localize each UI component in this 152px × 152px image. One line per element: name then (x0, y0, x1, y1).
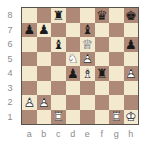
square-g2[interactable] (109, 95, 124, 110)
square-a7[interactable]: ♟ (22, 23, 37, 38)
square-d4[interactable]: ♟ (66, 66, 81, 81)
chess-board: ♜♛♚♟♟♝♝♛♕♟♞♘♟♙♟♝♗♜♟♙♟♙♟♙♜♖♜♖♚♔ (22, 8, 138, 124)
square-g5[interactable] (109, 52, 124, 67)
square-a6[interactable] (22, 37, 37, 52)
rank-label-5: 5 (2, 52, 18, 67)
white-pawn-fill: ♟ (37, 95, 52, 110)
square-b3[interactable] (37, 81, 52, 96)
square-b2[interactable]: ♟♙ (37, 95, 52, 110)
black-rook[interactable]: ♜ (51, 8, 66, 23)
square-g8[interactable] (109, 8, 124, 23)
square-d6[interactable] (66, 37, 81, 52)
white-bishop-outline: ♗ (80, 66, 95, 81)
square-d7[interactable] (66, 23, 81, 38)
rank-label-6: 6 (2, 37, 18, 52)
black-pawn[interactable]: ♟ (124, 37, 139, 52)
black-queen-glyph: ♛ (95, 8, 110, 23)
black-pawn[interactable]: ♟ (66, 66, 81, 81)
white-pawn-outline: ♙ (37, 95, 52, 110)
rank-label-1: 1 (2, 110, 18, 125)
white-rook-outline: ♖ (109, 110, 124, 125)
white-knight[interactable]: ♞♘ (66, 52, 81, 67)
square-b4[interactable] (37, 66, 52, 81)
white-bishop-fill: ♝ (80, 66, 95, 81)
square-a3[interactable] (22, 81, 37, 96)
rank-labels: 87654321 (2, 8, 18, 124)
square-f5[interactable] (95, 52, 110, 67)
square-g4[interactable] (109, 66, 124, 81)
white-rook[interactable]: ♜♖ (51, 110, 66, 125)
white-king-outline: ♔ (124, 110, 139, 125)
square-c8[interactable]: ♜ (51, 8, 66, 23)
square-b7[interactable]: ♟ (37, 23, 52, 38)
square-e6[interactable]: ♛♕ (80, 37, 95, 52)
white-king[interactable]: ♚♔ (124, 110, 139, 125)
black-pawn-glyph: ♟ (124, 37, 139, 52)
rank-label-3: 3 (2, 81, 18, 96)
white-pawn-outline: ♙ (124, 66, 139, 81)
white-queen[interactable]: ♛♕ (80, 37, 95, 52)
white-knight-outline: ♘ (66, 52, 81, 67)
black-pawn-glyph: ♟ (22, 23, 37, 38)
black-king-glyph: ♚ (124, 8, 139, 23)
file-label-f: f (95, 126, 110, 142)
black-pawn[interactable]: ♟ (22, 23, 37, 38)
square-a1[interactable] (22, 110, 37, 125)
square-f4[interactable]: ♜ (95, 66, 110, 81)
black-rook-glyph: ♜ (95, 66, 110, 81)
white-pawn-outline: ♙ (80, 52, 95, 67)
white-rook-outline: ♖ (51, 110, 66, 125)
square-h8[interactable]: ♚ (124, 8, 139, 23)
black-pawn[interactable]: ♟ (37, 23, 52, 38)
square-e3[interactable] (80, 81, 95, 96)
square-c6[interactable]: ♝ (51, 37, 66, 52)
white-pawn[interactable]: ♟♙ (22, 95, 37, 110)
white-queen-outline: ♕ (80, 37, 95, 52)
black-king[interactable]: ♚ (124, 8, 139, 23)
square-d1[interactable] (66, 110, 81, 125)
square-g1[interactable]: ♜♖ (109, 110, 124, 125)
square-c2[interactable] (51, 95, 66, 110)
square-d3[interactable] (66, 81, 81, 96)
square-f1[interactable] (95, 110, 110, 125)
square-f7[interactable] (95, 23, 110, 38)
square-d5[interactable]: ♞♘ (66, 52, 81, 67)
square-g6[interactable] (109, 37, 124, 52)
file-label-h: h (124, 126, 139, 142)
square-b1[interactable] (37, 110, 52, 125)
black-bishop[interactable]: ♝ (51, 37, 66, 52)
white-pawn-fill: ♟ (124, 66, 139, 81)
white-king-fill: ♚ (124, 110, 139, 125)
square-h2[interactable] (124, 95, 139, 110)
white-pawn-fill: ♟ (22, 95, 37, 110)
square-e4[interactable]: ♝♗ (80, 66, 95, 81)
square-e2[interactable] (80, 95, 95, 110)
square-c1[interactable]: ♜♖ (51, 110, 66, 125)
black-rook-glyph: ♜ (51, 8, 66, 23)
file-label-c: c (51, 126, 66, 142)
square-a8[interactable] (22, 8, 37, 23)
black-bishop-glyph: ♝ (80, 23, 95, 38)
file-label-a: a (22, 126, 37, 142)
square-c7[interactable] (51, 23, 66, 38)
black-bishop-glyph: ♝ (51, 37, 66, 52)
chess-diagram: 87654321 ♜♛♚♟♟♝♝♛♕♟♞♘♟♙♟♝♗♜♟♙♟♙♟♙♜♖♜♖♚♔ … (0, 0, 152, 152)
white-queen-fill: ♛ (80, 37, 95, 52)
white-rook[interactable]: ♜♖ (109, 110, 124, 125)
square-f6[interactable] (95, 37, 110, 52)
black-queen[interactable]: ♛ (95, 8, 110, 23)
white-knight-fill: ♞ (66, 52, 81, 67)
square-b5[interactable] (37, 52, 52, 67)
white-pawn[interactable]: ♟♙ (37, 95, 52, 110)
black-pawn-glyph: ♟ (37, 23, 52, 38)
square-e1[interactable] (80, 110, 95, 125)
rank-label-8: 8 (2, 8, 18, 23)
square-h7[interactable] (124, 23, 139, 38)
square-f2[interactable] (95, 95, 110, 110)
square-d2[interactable] (66, 95, 81, 110)
square-b8[interactable] (37, 8, 52, 23)
black-bishop[interactable]: ♝ (80, 23, 95, 38)
rank-label-2: 2 (2, 95, 18, 110)
square-a4[interactable] (22, 66, 37, 81)
square-a2[interactable]: ♟♙ (22, 95, 37, 110)
white-bishop[interactable]: ♝♗ (80, 66, 95, 81)
square-c3[interactable] (51, 81, 66, 96)
file-label-d: d (66, 126, 81, 142)
square-h4[interactable]: ♟♙ (124, 66, 139, 81)
file-label-e: e (80, 126, 95, 142)
square-c4[interactable] (51, 66, 66, 81)
square-f3[interactable] (95, 81, 110, 96)
square-h1[interactable]: ♚♔ (124, 110, 139, 125)
rank-label-4: 4 (2, 66, 18, 81)
black-pawn-glyph: ♟ (66, 66, 81, 81)
white-pawn-outline: ♙ (22, 95, 37, 110)
square-e5[interactable]: ♟♙ (80, 52, 95, 67)
square-g3[interactable] (109, 81, 124, 96)
square-f8[interactable]: ♛ (95, 8, 110, 23)
file-label-b: b (37, 126, 52, 142)
square-h5[interactable] (124, 52, 139, 67)
white-pawn[interactable]: ♟♙ (80, 52, 95, 67)
file-labels: abcdefgh (22, 126, 138, 142)
square-e7[interactable]: ♝ (80, 23, 95, 38)
square-b6[interactable] (37, 37, 52, 52)
square-h6[interactable]: ♟ (124, 37, 139, 52)
square-d8[interactable] (66, 8, 81, 23)
file-label-g: g (109, 126, 124, 142)
white-rook-fill: ♜ (51, 110, 66, 125)
white-pawn-fill: ♟ (80, 52, 95, 67)
black-rook[interactable]: ♜ (95, 66, 110, 81)
square-g7[interactable] (109, 23, 124, 38)
square-h3[interactable] (124, 81, 139, 96)
rank-label-7: 7 (2, 23, 18, 38)
white-rook-fill: ♜ (109, 110, 124, 125)
square-e8[interactable] (80, 8, 95, 23)
square-a5[interactable] (22, 52, 37, 67)
white-pawn[interactable]: ♟♙ (124, 66, 139, 81)
square-c5[interactable] (51, 52, 66, 67)
board-frame: ♜♛♚♟♟♝♝♛♕♟♞♘♟♙♟♝♗♜♟♙♟♙♟♙♜♖♜♖♚♔ (21, 7, 139, 125)
